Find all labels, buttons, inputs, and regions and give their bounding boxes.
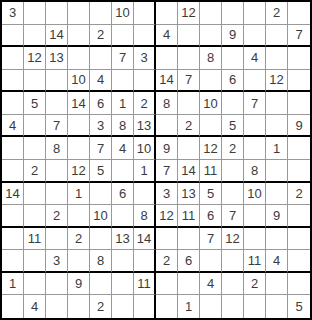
- cell-r5c8: 8: [156, 92, 178, 115]
- cell-r14c2: 4: [24, 295, 46, 318]
- cell-r2c1[interactable]: [2, 25, 24, 48]
- cell-r1c2[interactable]: [24, 2, 46, 25]
- cell-r7c10: 12: [200, 137, 222, 160]
- cell-r8c9: 14: [178, 160, 200, 183]
- cell-r12c4[interactable]: [68, 250, 90, 273]
- cell-r1c4[interactable]: [68, 2, 90, 25]
- cell-r6c8[interactable]: [156, 115, 178, 138]
- cell-r13c3[interactable]: [46, 273, 68, 296]
- cell-r11c3[interactable]: [46, 228, 68, 251]
- cell-r7c8: 9: [156, 137, 178, 160]
- cell-r4c7[interactable]: [134, 70, 156, 93]
- sudoku-board: 3101221424971213738410414761251461281074…: [0, 0, 312, 320]
- cell-r6c5: 3: [90, 115, 112, 138]
- cell-r9c1: 14: [2, 183, 24, 206]
- cell-r7c1[interactable]: [2, 137, 24, 160]
- cell-r13c13[interactable]: [266, 273, 288, 296]
- cell-r8c14[interactable]: [288, 160, 310, 183]
- cell-r5c14[interactable]: [288, 92, 310, 115]
- cell-r12c11[interactable]: [222, 250, 244, 273]
- cell-r3c6: 7: [112, 47, 134, 70]
- cell-r10c5: 10: [90, 205, 112, 228]
- cell-r6c7: 13: [134, 115, 156, 138]
- cell-r3c13[interactable]: [266, 47, 288, 70]
- cell-r5c11[interactable]: [222, 92, 244, 115]
- cell-r4c6[interactable]: [112, 70, 134, 93]
- cell-r14c10[interactable]: [200, 295, 222, 318]
- cell-r2c5: 2: [90, 25, 112, 48]
- cell-r12c1[interactable]: [2, 250, 24, 273]
- cell-r3c14[interactable]: [288, 47, 310, 70]
- cell-r5c6: 1: [112, 92, 134, 115]
- cell-r4c11: 6: [222, 70, 244, 93]
- cell-r1c5[interactable]: [90, 2, 112, 25]
- cell-r1c14[interactable]: [288, 2, 310, 25]
- cell-r8c1[interactable]: [2, 160, 24, 183]
- cell-r2c3: 14: [46, 25, 68, 48]
- cell-r8c3[interactable]: [46, 160, 68, 183]
- cell-r3c3: 13: [46, 47, 68, 70]
- cell-r8c7: 1: [134, 160, 156, 183]
- cell-r7c11: 2: [222, 137, 244, 160]
- cell-r13c2[interactable]: [24, 273, 46, 296]
- cell-r1c9: 12: [178, 2, 200, 25]
- cell-r11c14[interactable]: [288, 228, 310, 251]
- cell-r9c4: 1: [68, 183, 90, 206]
- cell-r9c11[interactable]: [222, 183, 244, 206]
- cell-r11c5[interactable]: [90, 228, 112, 251]
- cell-r8c11[interactable]: [222, 160, 244, 183]
- cell-r1c10[interactable]: [200, 2, 222, 25]
- cell-r7c14[interactable]: [288, 137, 310, 160]
- cell-r5c12: 7: [244, 92, 266, 115]
- cell-r7c2[interactable]: [24, 137, 46, 160]
- cell-r13c10: 4: [200, 273, 222, 296]
- cell-r3c12: 4: [244, 47, 266, 70]
- cell-r2c11: 9: [222, 25, 244, 48]
- cell-r4c2[interactable]: [24, 70, 46, 93]
- cell-r14c11[interactable]: [222, 295, 244, 318]
- cell-r3c5[interactable]: [90, 47, 112, 70]
- cell-r11c8[interactable]: [156, 228, 178, 251]
- cell-r14c5: 2: [90, 295, 112, 318]
- cell-r10c14[interactable]: [288, 205, 310, 228]
- cell-r13c14[interactable]: [288, 273, 310, 296]
- cell-r10c1[interactable]: [2, 205, 24, 228]
- cell-r6c4[interactable]: [68, 115, 90, 138]
- cell-r7c3: 8: [46, 137, 68, 160]
- cell-r1c7[interactable]: [134, 2, 156, 25]
- cell-r10c4[interactable]: [68, 205, 90, 228]
- cell-r9c14: 2: [288, 183, 310, 206]
- cell-r2c12[interactable]: [244, 25, 266, 48]
- cell-r2c8: 4: [156, 25, 178, 48]
- cell-r5c5: 6: [90, 92, 112, 115]
- cell-r7c13: 1: [266, 137, 288, 160]
- cell-r11c6: 13: [112, 228, 134, 251]
- cell-r8c6[interactable]: [112, 160, 134, 183]
- cell-r6c13[interactable]: [266, 115, 288, 138]
- cell-r14c4[interactable]: [68, 295, 90, 318]
- cell-r11c2: 11: [24, 228, 46, 251]
- cell-r9c10: 5: [200, 183, 222, 206]
- cell-r14c8[interactable]: [156, 295, 178, 318]
- cell-r13c11[interactable]: [222, 273, 244, 296]
- cell-r4c9: 7: [178, 70, 200, 93]
- cell-r9c8: 3: [156, 183, 178, 206]
- cell-r2c10[interactable]: [200, 25, 222, 48]
- cell-r14c6[interactable]: [112, 295, 134, 318]
- cell-r12c3: 3: [46, 250, 68, 273]
- cell-r5c3[interactable]: [46, 92, 68, 115]
- cell-r14c13[interactable]: [266, 295, 288, 318]
- cell-r13c9[interactable]: [178, 273, 200, 296]
- cell-r5c7: 2: [134, 92, 156, 115]
- cell-r7c4[interactable]: [68, 137, 90, 160]
- cell-r5c1[interactable]: [2, 92, 24, 115]
- cell-r12c12: 11: [244, 250, 266, 273]
- cell-r4c4: 10: [68, 70, 90, 93]
- cell-r9c9: 13: [178, 183, 200, 206]
- cell-r8c10: 11: [200, 160, 222, 183]
- cell-r10c8: 12: [156, 205, 178, 228]
- cell-r5c2: 5: [24, 92, 46, 115]
- cell-r4c1[interactable]: [2, 70, 24, 93]
- cell-r3c2: 12: [24, 47, 46, 70]
- cell-r12c8: 2: [156, 250, 178, 273]
- cell-r6c6: 8: [112, 115, 134, 138]
- cell-r12c13: 4: [266, 250, 288, 273]
- cell-r4c3[interactable]: [46, 70, 68, 93]
- cell-r11c1[interactable]: [2, 228, 24, 251]
- cell-r4c12[interactable]: [244, 70, 266, 93]
- cell-r4c13: 12: [266, 70, 288, 93]
- cell-r14c7[interactable]: [134, 295, 156, 318]
- cell-r13c12: 2: [244, 273, 266, 296]
- cell-r7c5: 7: [90, 137, 112, 160]
- cell-r9c5[interactable]: [90, 183, 112, 206]
- cell-r3c4[interactable]: [68, 47, 90, 70]
- cell-r6c14: 9: [288, 115, 310, 138]
- cell-r13c7: 11: [134, 273, 156, 296]
- cell-r3c9[interactable]: [178, 47, 200, 70]
- cell-r1c8[interactable]: [156, 2, 178, 25]
- cell-r1c11[interactable]: [222, 2, 244, 25]
- cell-r10c9: 11: [178, 205, 200, 228]
- cell-r10c13: 9: [266, 205, 288, 228]
- cell-r6c3: 7: [46, 115, 68, 138]
- cell-r2c9[interactable]: [178, 25, 200, 48]
- cell-r6c11: 5: [222, 115, 244, 138]
- cell-r1c12[interactable]: [244, 2, 266, 25]
- cell-r10c11: 7: [222, 205, 244, 228]
- cell-r11c12[interactable]: [244, 228, 266, 251]
- cell-r5c13[interactable]: [266, 92, 288, 115]
- cell-r7c12[interactable]: [244, 137, 266, 160]
- cell-r8c12: 8: [244, 160, 266, 183]
- cell-r9c2[interactable]: [24, 183, 46, 206]
- cell-r8c4: 12: [68, 160, 90, 183]
- cell-r9c13[interactable]: [266, 183, 288, 206]
- cell-r11c13[interactable]: [266, 228, 288, 251]
- cell-r9c7[interactable]: [134, 183, 156, 206]
- cell-r3c11[interactable]: [222, 47, 244, 70]
- cell-r13c6[interactable]: [112, 273, 134, 296]
- cell-r13c4: 9: [68, 273, 90, 296]
- cell-r1c6: 10: [112, 2, 134, 25]
- cell-r3c1[interactable]: [2, 47, 24, 70]
- cell-r7c7: 10: [134, 137, 156, 160]
- cell-r4c10[interactable]: [200, 70, 222, 93]
- cell-r8c13[interactable]: [266, 160, 288, 183]
- cell-r8c5: 5: [90, 160, 112, 183]
- cell-r13c1: 1: [2, 273, 24, 296]
- cell-r2c14: 7: [288, 25, 310, 48]
- cell-r4c14[interactable]: [288, 70, 310, 93]
- cell-r10c12[interactable]: [244, 205, 266, 228]
- cell-r8c8: 7: [156, 160, 178, 183]
- cell-r11c10: 7: [200, 228, 222, 251]
- cell-r4c8: 14: [156, 70, 178, 93]
- cell-r7c9[interactable]: [178, 137, 200, 160]
- cell-r4c5: 4: [90, 70, 112, 93]
- cell-r2c7[interactable]: [134, 25, 156, 48]
- cell-r13c8[interactable]: [156, 273, 178, 296]
- cell-r9c6: 6: [112, 183, 134, 206]
- cell-r12c9: 6: [178, 250, 200, 273]
- cell-r1c3[interactable]: [46, 2, 68, 25]
- cell-r5c9[interactable]: [178, 92, 200, 115]
- cell-r12c7[interactable]: [134, 250, 156, 273]
- cell-r13c5[interactable]: [90, 273, 112, 296]
- cell-r6c12[interactable]: [244, 115, 266, 138]
- cell-r11c9[interactable]: [178, 228, 200, 251]
- cell-r1c13: 2: [266, 2, 288, 25]
- cell-r14c3[interactable]: [46, 295, 68, 318]
- cell-r3c8[interactable]: [156, 47, 178, 70]
- cell-r10c7: 8: [134, 205, 156, 228]
- cell-r11c7: 14: [134, 228, 156, 251]
- cell-r3c7: 3: [134, 47, 156, 70]
- cell-r5c10: 10: [200, 92, 222, 115]
- cell-r7c6: 4: [112, 137, 134, 160]
- cell-r12c6[interactable]: [112, 250, 134, 273]
- cell-r6c2[interactable]: [24, 115, 46, 138]
- cell-r2c6[interactable]: [112, 25, 134, 48]
- cell-r11c11: 12: [222, 228, 244, 251]
- cell-r2c2[interactable]: [24, 25, 46, 48]
- cell-r10c3: 2: [46, 205, 68, 228]
- cell-r10c2[interactable]: [24, 205, 46, 228]
- cell-r3c10: 8: [200, 47, 222, 70]
- cell-r14c14: 5: [288, 295, 310, 318]
- cell-r14c1[interactable]: [2, 295, 24, 318]
- cell-r14c12[interactable]: [244, 295, 266, 318]
- cell-r10c10: 6: [200, 205, 222, 228]
- cell-r12c5: 8: [90, 250, 112, 273]
- cell-r10c6[interactable]: [112, 205, 134, 228]
- cell-r12c10[interactable]: [200, 250, 222, 273]
- cell-r5c4: 14: [68, 92, 90, 115]
- cell-r9c12: 10: [244, 183, 266, 206]
- cell-r2c4[interactable]: [68, 25, 90, 48]
- cell-r2c13[interactable]: [266, 25, 288, 48]
- cell-r11c4: 2: [68, 228, 90, 251]
- cell-r6c1: 4: [2, 115, 24, 138]
- cell-r12c14[interactable]: [288, 250, 310, 273]
- cell-r6c10[interactable]: [200, 115, 222, 138]
- cell-r8c2: 2: [24, 160, 46, 183]
- cell-r14c9: 1: [178, 295, 200, 318]
- cell-r1c1: 3: [2, 2, 24, 25]
- cell-r9c3[interactable]: [46, 183, 68, 206]
- cell-r12c2[interactable]: [24, 250, 46, 273]
- cell-r6c9: 2: [178, 115, 200, 138]
